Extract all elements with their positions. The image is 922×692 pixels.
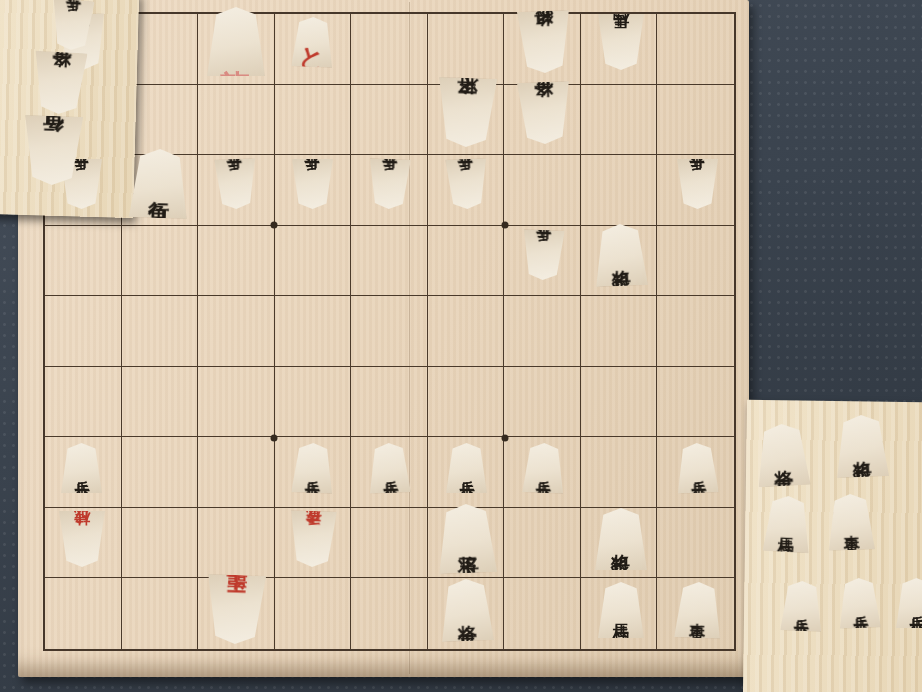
piece-kanji: 香車 — [843, 524, 859, 525]
piece-kanji: 王将 — [457, 110, 478, 111]
board-square-5b[interactable] — [351, 85, 428, 156]
board-square-2f[interactable] — [581, 367, 658, 438]
board-square-6i[interactable] — [275, 578, 352, 649]
board-square-1d[interactable] — [657, 226, 734, 297]
board-square-5i[interactable] — [351, 578, 428, 649]
board-square-8d[interactable] — [122, 226, 199, 297]
board-square-8f[interactable] — [122, 367, 199, 438]
board-square-7h[interactable] — [198, 508, 275, 579]
board-square-1h[interactable] — [657, 508, 734, 579]
star-point — [271, 435, 278, 442]
board-square-6b[interactable] — [275, 85, 352, 156]
board-square-3f[interactable] — [504, 367, 581, 438]
board-square-9d[interactable] — [45, 226, 122, 297]
board-square-5a[interactable] — [351, 14, 428, 85]
board-square-6f[interactable] — [275, 367, 352, 438]
board-square-1a[interactable] — [657, 14, 734, 85]
star-point — [271, 222, 278, 229]
board-square-8h[interactable] — [122, 508, 199, 579]
board-square-5d[interactable] — [351, 226, 428, 297]
star-point — [502, 222, 509, 229]
board-square-4e[interactable] — [428, 296, 505, 367]
piece-kanji: 角行 — [43, 148, 64, 149]
board-square-2c[interactable] — [581, 155, 658, 226]
piece-kanji: と — [299, 29, 326, 60]
board-square-9e[interactable] — [45, 296, 122, 367]
shogi-scene: 香車龍と銀将桂馬王将金将歩兵角行歩兵歩兵歩兵歩兵歩兵歩兵銀将歩兵歩兵歩兵歩兵歩兵… — [0, 0, 922, 692]
piece-kanji: 龍王 — [226, 607, 247, 608]
piece-kanji: 銀将 — [853, 448, 872, 449]
board-square-8i[interactable] — [122, 578, 199, 649]
piece-kanji: 桂馬 — [779, 526, 795, 527]
piece-kanji: 歩兵 — [382, 470, 397, 471]
board-square-7b[interactable] — [198, 85, 275, 156]
board-square-1f[interactable] — [657, 367, 734, 438]
piece-kanji: 金将 — [51, 81, 70, 82]
board-square-5h[interactable] — [351, 508, 428, 579]
piece-kanji: 歩兵 — [536, 470, 551, 471]
board-square-9f[interactable] — [45, 367, 122, 438]
piece-kanji: 歩兵 — [459, 182, 474, 183]
board-square-2b[interactable] — [581, 85, 658, 156]
board-square-6e[interactable] — [275, 296, 352, 367]
board-square-8e[interactable] — [122, 296, 199, 367]
board-square-7g[interactable] — [198, 437, 275, 508]
board-square-7e[interactable] — [198, 296, 275, 367]
board-square-5f[interactable] — [351, 367, 428, 438]
board-square-5e[interactable] — [351, 296, 428, 367]
piece-kanji: 香車 — [690, 612, 706, 613]
board-square-1b[interactable] — [657, 85, 734, 156]
board-square-6d[interactable] — [275, 226, 352, 297]
board-square-3c[interactable] — [504, 155, 581, 226]
board-square-2e[interactable] — [581, 296, 658, 367]
board-square-4a[interactable] — [428, 14, 505, 85]
board-square-2g[interactable] — [581, 437, 658, 508]
piece-kanji: 銀将 — [534, 40, 553, 41]
piece-kanji: 歩兵 — [852, 605, 867, 606]
board-square-7d[interactable] — [198, 226, 275, 297]
piece-kanji: 歩兵 — [690, 470, 705, 471]
board-square-4f[interactable] — [428, 367, 505, 438]
board-square-8g[interactable] — [122, 437, 199, 508]
star-point — [502, 435, 509, 442]
piece-kanji: 角行 — [148, 185, 169, 186]
board-square-9i[interactable] — [45, 578, 122, 649]
board-square-4d[interactable] — [428, 226, 505, 297]
piece-kanji: 歩兵 — [228, 182, 243, 183]
piece-kanji: 銀将 — [612, 257, 631, 258]
board-square-3h[interactable] — [504, 508, 581, 579]
piece-kanji: 歩兵 — [536, 253, 551, 254]
piece-kanji: 歩兵 — [65, 22, 80, 23]
board-square-3i[interactable] — [504, 578, 581, 649]
board-square-7f[interactable] — [198, 367, 275, 438]
piece-kanji: 金将 — [458, 612, 477, 613]
board-square-1e[interactable] — [657, 296, 734, 367]
piece-kanji: 歩兵 — [305, 470, 320, 471]
board-square-3e[interactable] — [504, 296, 581, 367]
piece-kanji: 玉将 — [457, 540, 478, 541]
piece-kanji: 歩兵 — [794, 608, 809, 609]
piece-kanji: 成香 — [305, 537, 321, 538]
piece-kanji: 歩兵 — [382, 182, 397, 183]
piece-kanji: 金将 — [534, 111, 553, 112]
piece-kanji: 金将 — [774, 457, 793, 458]
